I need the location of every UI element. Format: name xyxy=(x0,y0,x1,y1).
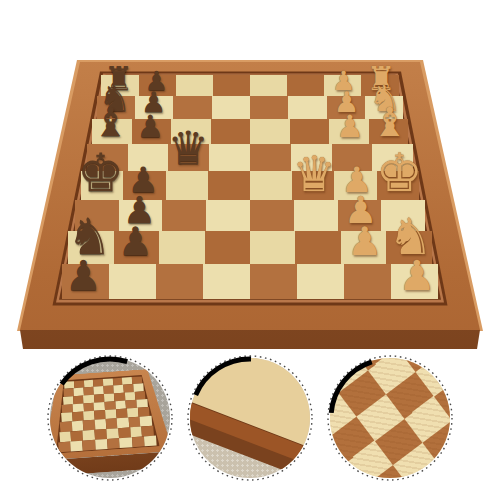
chess-piece-light-pawn: ♟ xyxy=(336,111,364,142)
dark-square xyxy=(211,119,251,144)
light-square xyxy=(288,96,326,119)
product-photo-stage: ♜♟♟♜♞♟♟♞♝♟♟♝♛♚♟♛♟♚♟♟♞♟♟♞♟♟ xyxy=(0,0,500,500)
light-square xyxy=(166,171,208,200)
light-square xyxy=(159,231,204,264)
light-square xyxy=(297,264,344,299)
inset-squares-closeup xyxy=(330,358,450,478)
chess-piece-dark-pawn: ♟ xyxy=(137,111,165,142)
dark-square xyxy=(250,264,297,299)
light-square xyxy=(212,96,250,119)
light-square xyxy=(119,437,132,448)
dark-square xyxy=(156,264,203,299)
chess-piece-dark-pawn: ♟ xyxy=(65,255,102,297)
dark-square xyxy=(173,96,211,119)
chess-piece-light-queen: ♛ xyxy=(292,150,336,199)
chess-piece-dark-bishop: ♝ xyxy=(92,103,128,143)
light-square xyxy=(176,75,213,96)
light-square xyxy=(250,75,287,96)
light-square xyxy=(250,119,290,144)
light-square xyxy=(144,435,157,446)
dark-square xyxy=(162,200,206,231)
light-square xyxy=(70,440,83,451)
dark-square xyxy=(208,171,250,200)
dark-square xyxy=(250,144,291,171)
dark-square xyxy=(250,200,294,231)
mini-chessboard xyxy=(50,368,170,478)
dark-square xyxy=(287,75,324,96)
chess-piece-light-pawn: ♟ xyxy=(398,255,435,297)
light-square xyxy=(250,171,292,200)
light-square xyxy=(206,200,250,231)
chess-piece-light-pawn: ♟ xyxy=(347,222,382,261)
dark-square xyxy=(250,96,288,119)
light-square xyxy=(95,438,108,449)
light-square xyxy=(250,231,295,264)
dark-square xyxy=(83,439,96,450)
dark-square xyxy=(295,231,340,264)
dark-square xyxy=(205,231,250,264)
light-square xyxy=(209,144,250,171)
inset-frame-corner xyxy=(190,358,310,478)
dark-square xyxy=(58,441,71,452)
board-rank xyxy=(62,264,439,299)
light-square xyxy=(294,200,338,231)
dark-square xyxy=(290,119,330,144)
dark-square xyxy=(344,264,391,299)
dark-square xyxy=(132,436,145,447)
light-square xyxy=(109,264,156,299)
chess-piece-dark-pawn: ♟ xyxy=(118,222,153,261)
chess-piece-dark-king: ♚ xyxy=(77,147,124,200)
chess-piece-light-bishop: ♝ xyxy=(371,103,407,143)
dark-square xyxy=(107,438,120,449)
checker-pattern xyxy=(330,358,450,478)
light-square xyxy=(203,264,250,299)
inset-full-board-view xyxy=(50,358,170,478)
dark-square xyxy=(213,75,250,96)
chess-piece-light-king: ♚ xyxy=(376,147,423,200)
chess-piece-dark-queen: ♛ xyxy=(168,124,209,170)
